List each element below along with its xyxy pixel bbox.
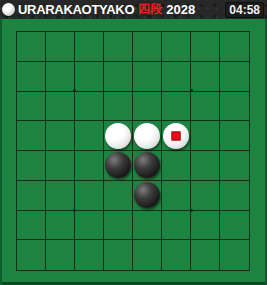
white-disc-f4	[163, 123, 189, 149]
board-cell-b4[interactable]	[46, 121, 75, 151]
board-cell-d7[interactable]	[104, 211, 133, 241]
board-cell-e8[interactable]	[133, 240, 162, 270]
board-cell-b8[interactable]	[46, 240, 75, 270]
black-disc-e6	[134, 182, 160, 208]
board-cell-h5[interactable]	[220, 151, 249, 181]
white-disc-d4	[105, 123, 131, 149]
board-cell-d6[interactable]	[104, 181, 133, 211]
board-cell-g7[interactable]	[191, 211, 220, 241]
board-cell-f3[interactable]	[162, 92, 191, 122]
board-cell-g3[interactable]	[191, 92, 220, 122]
board-cell-f1[interactable]	[162, 32, 191, 62]
board-area	[0, 19, 267, 285]
white-disc-e4	[134, 123, 160, 149]
board-cell-e2[interactable]	[133, 62, 162, 92]
black-disc-d5	[105, 152, 131, 178]
board-cell-h3[interactable]	[220, 92, 249, 122]
board-cell-e6[interactable]	[133, 181, 162, 211]
board-cell-h4[interactable]	[220, 121, 249, 151]
board-cell-e4[interactable]	[133, 121, 162, 151]
board-cell-f4[interactable]	[162, 121, 191, 151]
player-clock: 04:58	[225, 2, 264, 18]
board-cell-h2[interactable]	[220, 62, 249, 92]
board-cell-a6[interactable]	[17, 181, 46, 211]
board-cell-e5[interactable]	[133, 151, 162, 181]
board-cell-c2[interactable]	[75, 62, 104, 92]
board-cell-b6[interactable]	[46, 181, 75, 211]
board-cell-c7[interactable]	[75, 211, 104, 241]
board-cell-c5[interactable]	[75, 151, 104, 181]
board-cell-a2[interactable]	[17, 62, 46, 92]
board-cell-a4[interactable]	[17, 121, 46, 151]
star-point	[190, 89, 193, 92]
player-white-disc-icon	[2, 3, 15, 16]
star-point	[73, 209, 76, 212]
board-cell-d1[interactable]	[104, 32, 133, 62]
board-cell-g8[interactable]	[191, 240, 220, 270]
board-cell-a7[interactable]	[17, 211, 46, 241]
board-cell-c1[interactable]	[75, 32, 104, 62]
board-cell-f2[interactable]	[162, 62, 191, 92]
board-cell-c4[interactable]	[75, 121, 104, 151]
board-cell-h6[interactable]	[220, 181, 249, 211]
board-cell-h1[interactable]	[220, 32, 249, 62]
board-cell-e3[interactable]	[133, 92, 162, 122]
othello-app: URARAKAOTYAKO 四段 2028 04:58	[0, 0, 267, 285]
board-cell-d5[interactable]	[104, 151, 133, 181]
last-move-marker	[172, 131, 181, 140]
board-cell-c3[interactable]	[75, 92, 104, 122]
board-cell-d8[interactable]	[104, 240, 133, 270]
board-cell-f5[interactable]	[162, 151, 191, 181]
board-cell-f8[interactable]	[162, 240, 191, 270]
board-cell-e7[interactable]	[133, 211, 162, 241]
board-cell-g6[interactable]	[191, 181, 220, 211]
board-cell-g5[interactable]	[191, 151, 220, 181]
player-rank-badge: 四段	[138, 1, 162, 18]
board-cell-h7[interactable]	[220, 211, 249, 241]
player-rating: 2028	[166, 2, 195, 17]
player-bar: URARAKAOTYAKO 四段 2028 04:58	[0, 0, 267, 19]
board-cell-a1[interactable]	[17, 32, 46, 62]
star-point	[190, 209, 193, 212]
black-disc-e5	[134, 152, 160, 178]
board-cell-d3[interactable]	[104, 92, 133, 122]
board-cell-f7[interactable]	[162, 211, 191, 241]
board-cell-e1[interactable]	[133, 32, 162, 62]
player-name: URARAKAOTYAKO	[18, 2, 134, 17]
board-cell-a3[interactable]	[17, 92, 46, 122]
board-cell-b3[interactable]	[46, 92, 75, 122]
board-cell-g4[interactable]	[191, 121, 220, 151]
board-cell-g1[interactable]	[191, 32, 220, 62]
star-point	[73, 89, 76, 92]
board-cell-g2[interactable]	[191, 62, 220, 92]
board-cell-c8[interactable]	[75, 240, 104, 270]
board-cell-b1[interactable]	[46, 32, 75, 62]
board-cell-f6[interactable]	[162, 181, 191, 211]
board-cell-a8[interactable]	[17, 240, 46, 270]
board-cell-h8[interactable]	[220, 240, 249, 270]
board-cell-c6[interactable]	[75, 181, 104, 211]
board-grid	[16, 31, 250, 271]
board-cell-d4[interactable]	[104, 121, 133, 151]
board-cell-b7[interactable]	[46, 211, 75, 241]
board-cell-b5[interactable]	[46, 151, 75, 181]
board-cell-a5[interactable]	[17, 151, 46, 181]
board-cell-d2[interactable]	[104, 62, 133, 92]
board-cell-b2[interactable]	[46, 62, 75, 92]
